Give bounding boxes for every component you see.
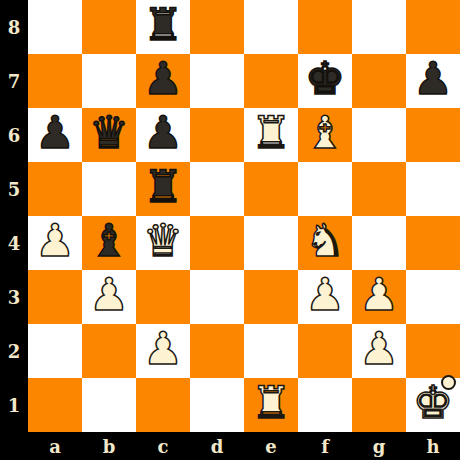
rank-label-3: 3 — [0, 270, 28, 324]
file-labels: abcdefgh — [28, 432, 460, 460]
square-e5[interactable] — [244, 162, 298, 216]
square-a3[interactable] — [28, 270, 82, 324]
file-label-h: h — [406, 432, 460, 460]
file-label-f: f — [298, 432, 352, 460]
square-f1[interactable] — [298, 378, 352, 432]
square-a4[interactable]: ♟ — [28, 216, 82, 270]
white-rook: ♜ — [251, 376, 291, 430]
square-b5[interactable] — [82, 162, 136, 216]
square-e6[interactable]: ♜ — [244, 108, 298, 162]
square-h4[interactable] — [406, 216, 460, 270]
square-a2[interactable] — [28, 324, 82, 378]
white-pawn: ♟ — [359, 322, 399, 376]
black-queen: ♛ — [89, 106, 129, 160]
white-pawn: ♟ — [359, 268, 399, 322]
square-f8[interactable] — [298, 0, 352, 54]
square-b6[interactable]: ♛ — [82, 108, 136, 162]
file-label-a: a — [28, 432, 82, 460]
square-b3[interactable]: ♟ — [82, 270, 136, 324]
file-label-c: c — [136, 432, 190, 460]
square-e2[interactable] — [244, 324, 298, 378]
square-f4[interactable]: ♞ — [298, 216, 352, 270]
square-f2[interactable] — [298, 324, 352, 378]
white-bishop: ♝ — [305, 106, 345, 160]
rank-label-6: 6 — [0, 108, 28, 162]
square-a6[interactable]: ♟ — [28, 108, 82, 162]
square-d8[interactable] — [190, 0, 244, 54]
square-e1[interactable]: ♜ — [244, 378, 298, 432]
square-c8[interactable]: ♜ — [136, 0, 190, 54]
square-g5[interactable] — [352, 162, 406, 216]
square-g2[interactable]: ♟ — [352, 324, 406, 378]
square-g6[interactable] — [352, 108, 406, 162]
square-a1[interactable] — [28, 378, 82, 432]
file-label-d: d — [190, 432, 244, 460]
white-to-move-indicator — [441, 375, 456, 390]
square-g1[interactable] — [352, 378, 406, 432]
black-rook: ♜ — [143, 160, 183, 214]
white-queen: ♛ — [143, 214, 183, 268]
black-pawn: ♟ — [143, 52, 183, 106]
square-d4[interactable] — [190, 216, 244, 270]
rank-label-4: 4 — [0, 216, 28, 270]
square-d1[interactable] — [190, 378, 244, 432]
black-king: ♚ — [305, 52, 345, 106]
chess-puzzle-diagram: 87654321 ♜♟♚♟♟♛♟♜♝♜♟♝♛♞♟♟♟♟♟♜♚ abcdefgh — [0, 0, 460, 460]
square-h7[interactable]: ♟ — [406, 54, 460, 108]
file-label-e: e — [244, 432, 298, 460]
black-bishop: ♝ — [89, 214, 129, 268]
square-d5[interactable] — [190, 162, 244, 216]
square-c3[interactable] — [136, 270, 190, 324]
square-d6[interactable] — [190, 108, 244, 162]
rank-label-5: 5 — [0, 162, 28, 216]
square-e4[interactable] — [244, 216, 298, 270]
rank-label-7: 7 — [0, 54, 28, 108]
white-pawn: ♟ — [89, 268, 129, 322]
square-g7[interactable] — [352, 54, 406, 108]
rank-label-2: 2 — [0, 324, 28, 378]
square-f7[interactable]: ♚ — [298, 54, 352, 108]
square-h6[interactable] — [406, 108, 460, 162]
white-pawn: ♟ — [305, 268, 345, 322]
square-b4[interactable]: ♝ — [82, 216, 136, 270]
black-pawn: ♟ — [413, 52, 453, 106]
square-b2[interactable] — [82, 324, 136, 378]
file-label-b: b — [82, 432, 136, 460]
square-h8[interactable] — [406, 0, 460, 54]
square-d2[interactable] — [190, 324, 244, 378]
square-b1[interactable] — [82, 378, 136, 432]
black-rook: ♜ — [143, 0, 183, 52]
square-h3[interactable] — [406, 270, 460, 324]
chess-board: ♜♟♚♟♟♛♟♜♝♜♟♝♛♞♟♟♟♟♟♜♚ — [28, 0, 460, 432]
square-a8[interactable] — [28, 0, 82, 54]
square-g8[interactable] — [352, 0, 406, 54]
square-c6[interactable]: ♟ — [136, 108, 190, 162]
square-e3[interactable] — [244, 270, 298, 324]
square-c4[interactable]: ♛ — [136, 216, 190, 270]
black-pawn: ♟ — [143, 106, 183, 160]
square-g3[interactable]: ♟ — [352, 270, 406, 324]
black-pawn: ♟ — [35, 106, 75, 160]
white-pawn: ♟ — [35, 214, 75, 268]
square-f6[interactable]: ♝ — [298, 108, 352, 162]
square-b8[interactable] — [82, 0, 136, 54]
square-g4[interactable] — [352, 216, 406, 270]
square-e8[interactable] — [244, 0, 298, 54]
square-h2[interactable] — [406, 324, 460, 378]
square-e7[interactable] — [244, 54, 298, 108]
square-h5[interactable] — [406, 162, 460, 216]
white-rook: ♜ — [251, 106, 291, 160]
white-knight: ♞ — [305, 214, 345, 268]
square-a7[interactable] — [28, 54, 82, 108]
square-b7[interactable] — [82, 54, 136, 108]
square-f3[interactable]: ♟ — [298, 270, 352, 324]
rank-label-1: 1 — [0, 378, 28, 432]
square-c1[interactable] — [136, 378, 190, 432]
square-c5[interactable]: ♜ — [136, 162, 190, 216]
square-c7[interactable]: ♟ — [136, 54, 190, 108]
square-c2[interactable]: ♟ — [136, 324, 190, 378]
square-d3[interactable] — [190, 270, 244, 324]
rank-label-8: 8 — [0, 0, 28, 54]
rank-labels: 87654321 — [0, 0, 28, 432]
white-pawn: ♟ — [143, 322, 183, 376]
square-d7[interactable] — [190, 54, 244, 108]
square-f5[interactable] — [298, 162, 352, 216]
square-a5[interactable] — [28, 162, 82, 216]
file-label-g: g — [352, 432, 406, 460]
